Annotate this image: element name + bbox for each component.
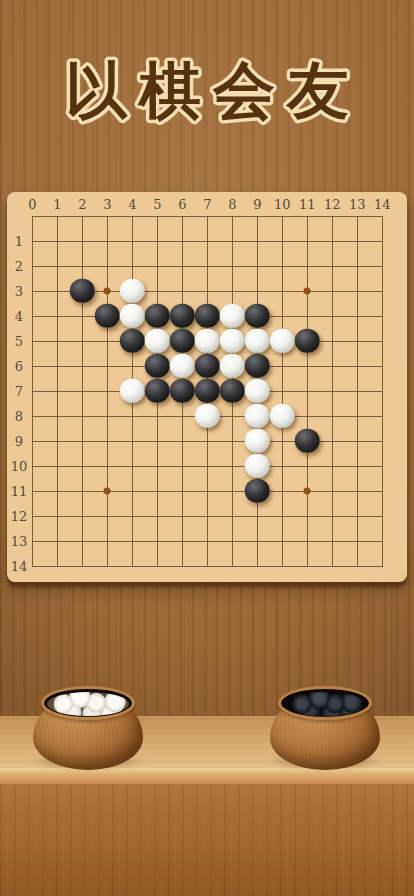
star-point (304, 487, 311, 494)
grid-hline (32, 516, 383, 517)
stone-black (195, 354, 220, 379)
stone-black (295, 429, 320, 454)
stone-white (270, 404, 295, 429)
stone-black (245, 354, 270, 379)
grid-vline (282, 216, 283, 567)
stone-white (270, 329, 295, 354)
grid-vline (332, 216, 333, 567)
stone-black (220, 379, 245, 404)
col-label: 12 (324, 198, 341, 211)
grid-hline (32, 466, 383, 467)
table-front-panel (0, 784, 414, 896)
stone-white (170, 354, 195, 379)
stone-black (195, 379, 220, 404)
go-board[interactable]: 012345678910111213141234567891011121314 (7, 192, 407, 582)
stone-white (220, 329, 245, 354)
stone-black (95, 304, 120, 329)
col-label: 6 (178, 198, 186, 211)
row-label: 1 (15, 234, 23, 247)
col-label: 10 (274, 198, 291, 211)
stone-white (145, 329, 170, 354)
stone-black (145, 304, 170, 329)
col-label: 7 (203, 198, 211, 211)
grid-hline (32, 491, 383, 492)
stone-white (245, 454, 270, 479)
stone-white (220, 304, 245, 329)
star-point (304, 287, 311, 294)
grid-vline (307, 216, 308, 567)
stone-white (120, 304, 145, 329)
grid-hline (32, 541, 383, 542)
row-label: 7 (15, 384, 23, 397)
col-label: 14 (374, 198, 391, 211)
white-stones-pile (47, 692, 129, 716)
app-title-text: 以棋会友 (65, 54, 361, 127)
black-stones-bowl (270, 684, 380, 772)
row-label: 5 (15, 334, 23, 347)
row-label: 6 (15, 359, 23, 372)
row-label: 14 (11, 559, 28, 572)
grid-vline (382, 216, 383, 567)
stone-white (120, 379, 145, 404)
stone-black (245, 304, 270, 329)
grid-hline (32, 566, 383, 567)
stone-white (245, 379, 270, 404)
row-label: 11 (11, 484, 28, 497)
row-label: 3 (15, 284, 23, 297)
stone-black (145, 354, 170, 379)
stone-black (295, 329, 320, 354)
col-label: 5 (153, 198, 161, 211)
stone-white (245, 429, 270, 454)
stone-black (195, 304, 220, 329)
stone-black (245, 479, 270, 504)
row-label: 12 (11, 509, 28, 522)
stone-black (145, 379, 170, 404)
stone-black (170, 329, 195, 354)
row-label: 10 (11, 459, 28, 472)
bowl-opening (278, 686, 372, 720)
row-label: 2 (15, 259, 23, 272)
stone-white (245, 329, 270, 354)
star-point (104, 287, 111, 294)
stone-black (70, 279, 95, 304)
col-label: 0 (28, 198, 36, 211)
col-label: 1 (53, 198, 61, 211)
col-label: 11 (299, 198, 316, 211)
bowl-opening (41, 686, 135, 720)
stone-black (170, 304, 195, 329)
stone-black (170, 379, 195, 404)
col-label: 3 (103, 198, 111, 211)
stone-white (195, 329, 220, 354)
black-stones-pile (284, 692, 366, 716)
col-label: 4 (128, 198, 136, 211)
col-label: 9 (253, 198, 261, 211)
col-label: 8 (228, 198, 236, 211)
grid-hline (32, 441, 383, 442)
stone-white (220, 354, 245, 379)
stone-white (245, 404, 270, 429)
white-stones-bowl (33, 684, 143, 772)
star-point (104, 487, 111, 494)
stone-black (120, 329, 145, 354)
col-label: 2 (78, 198, 86, 211)
row-label: 8 (15, 409, 23, 422)
stone-white (195, 404, 220, 429)
row-label: 9 (15, 434, 23, 447)
row-label: 13 (11, 534, 28, 547)
stone-white (120, 279, 145, 304)
row-label: 4 (15, 309, 23, 322)
app-title: 以棋会友 (0, 36, 414, 132)
col-label: 13 (349, 198, 366, 211)
grid-vline (357, 216, 358, 567)
